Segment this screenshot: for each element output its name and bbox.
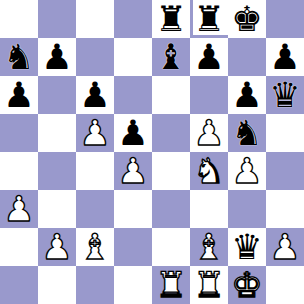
- square-a6[interactable]: ♟: [0, 76, 38, 114]
- square-a7[interactable]: ♞: [0, 38, 38, 76]
- square-h6[interactable]: ♛: [266, 76, 304, 114]
- square-c3[interactable]: [76, 190, 114, 228]
- piece-white-knight: ♞: [193, 152, 224, 190]
- piece-white-rook: ♜: [193, 266, 224, 304]
- square-d6[interactable]: [114, 76, 152, 114]
- square-c4[interactable]: [76, 152, 114, 190]
- square-e5[interactable]: [152, 114, 190, 152]
- square-a5[interactable]: [0, 114, 38, 152]
- square-c1[interactable]: [76, 266, 114, 304]
- square-a4[interactable]: [0, 152, 38, 190]
- piece-black-rook: ♜: [155, 0, 186, 38]
- piece-black-pawn: ♟: [79, 76, 110, 114]
- square-c6[interactable]: ♟: [76, 76, 114, 114]
- piece-white-pawn: ♟: [79, 114, 110, 152]
- square-g7[interactable]: [228, 38, 266, 76]
- piece-black-queen: ♛: [231, 228, 262, 266]
- square-f3[interactable]: [190, 190, 228, 228]
- piece-white-bishop: ♝: [193, 228, 224, 266]
- square-h4[interactable]: [266, 152, 304, 190]
- piece-black-pawn: ♟: [193, 38, 224, 76]
- square-b5[interactable]: [38, 114, 76, 152]
- piece-black-pawn: ♟: [41, 38, 72, 76]
- square-c7[interactable]: [76, 38, 114, 76]
- square-e3[interactable]: [152, 190, 190, 228]
- square-a3[interactable]: ♟: [0, 190, 38, 228]
- piece-white-pawn: ♟: [193, 114, 224, 152]
- chess-board: ♜♜♚♞♟♝♟♟♟♟♟♛♟♟♟♞♟♞♟♟♟♝♝♛♟♜♜♚: [0, 0, 304, 304]
- square-h7[interactable]: ♟: [266, 38, 304, 76]
- square-g1[interactable]: ♚: [228, 266, 266, 304]
- piece-white-king: ♚: [231, 266, 262, 304]
- square-a1[interactable]: [0, 266, 38, 304]
- piece-black-king: ♚: [231, 0, 262, 38]
- square-e2[interactable]: [152, 228, 190, 266]
- square-b1[interactable]: [38, 266, 76, 304]
- square-h2[interactable]: ♟: [266, 228, 304, 266]
- square-e7[interactable]: ♝: [152, 38, 190, 76]
- square-d5[interactable]: ♟: [114, 114, 152, 152]
- square-d1[interactable]: [114, 266, 152, 304]
- piece-white-rook: ♜: [155, 266, 186, 304]
- square-e1[interactable]: ♜: [152, 266, 190, 304]
- piece-black-queen: ♛: [269, 76, 300, 114]
- square-b3[interactable]: [38, 190, 76, 228]
- square-f4[interactable]: ♞: [190, 152, 228, 190]
- square-b7[interactable]: ♟: [38, 38, 76, 76]
- piece-black-knight: ♞: [231, 114, 262, 152]
- square-d2[interactable]: [114, 228, 152, 266]
- square-g5[interactable]: ♞: [228, 114, 266, 152]
- square-d7[interactable]: [114, 38, 152, 76]
- square-e8[interactable]: ♜: [152, 0, 190, 38]
- square-a8[interactable]: [0, 0, 38, 38]
- square-b2[interactable]: ♟: [38, 228, 76, 266]
- piece-white-pawn: ♟: [269, 228, 300, 266]
- piece-white-pawn: ♟: [117, 152, 148, 190]
- square-c5[interactable]: ♟: [76, 114, 114, 152]
- square-b4[interactable]: [38, 152, 76, 190]
- square-h8[interactable]: [266, 0, 304, 38]
- piece-black-rook: ♜: [193, 0, 224, 38]
- piece-black-pawn: ♟: [117, 114, 148, 152]
- piece-black-pawn: ♟: [269, 38, 300, 76]
- square-a2[interactable]: [0, 228, 38, 266]
- square-g6[interactable]: ♟: [228, 76, 266, 114]
- square-d8[interactable]: [114, 0, 152, 38]
- square-e6[interactable]: [152, 76, 190, 114]
- square-f1[interactable]: ♜: [190, 266, 228, 304]
- square-f6[interactable]: [190, 76, 228, 114]
- piece-white-pawn: ♟: [231, 152, 262, 190]
- square-c2[interactable]: ♝: [76, 228, 114, 266]
- square-f5[interactable]: ♟: [190, 114, 228, 152]
- square-h1[interactable]: [266, 266, 304, 304]
- piece-black-pawn: ♟: [3, 76, 34, 114]
- square-h3[interactable]: [266, 190, 304, 228]
- square-g4[interactable]: ♟: [228, 152, 266, 190]
- square-c8[interactable]: [76, 0, 114, 38]
- square-f8[interactable]: ♜: [190, 0, 228, 38]
- square-h5[interactable]: [266, 114, 304, 152]
- square-d4[interactable]: ♟: [114, 152, 152, 190]
- square-g8[interactable]: ♚: [228, 0, 266, 38]
- square-g2[interactable]: ♛: [228, 228, 266, 266]
- square-b6[interactable]: [38, 76, 76, 114]
- piece-white-pawn: ♟: [3, 190, 34, 228]
- square-e4[interactable]: [152, 152, 190, 190]
- square-b8[interactable]: [38, 0, 76, 38]
- piece-black-knight: ♞: [3, 38, 34, 76]
- piece-black-bishop: ♝: [155, 38, 186, 76]
- square-d3[interactable]: [114, 190, 152, 228]
- square-g3[interactable]: [228, 190, 266, 228]
- piece-white-bishop: ♝: [79, 228, 110, 266]
- piece-white-pawn: ♟: [41, 228, 72, 266]
- piece-black-pawn: ♟: [231, 76, 262, 114]
- square-f7[interactable]: ♟: [190, 38, 228, 76]
- square-f2[interactable]: ♝: [190, 228, 228, 266]
